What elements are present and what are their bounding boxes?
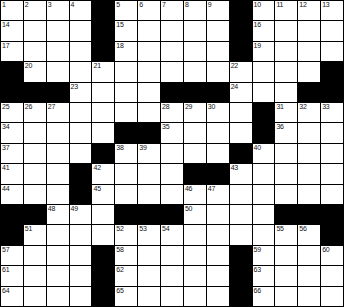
cell-r1c9[interactable]: 8: [184, 1, 206, 20]
clue-number-56: 56: [299, 225, 306, 233]
cell-r3c14[interactable]: [298, 42, 320, 61]
cell-r4c14[interactable]: [298, 62, 320, 81]
cell-r14c13[interactable]: [275, 266, 297, 285]
black-cell-r6c12: [253, 103, 275, 122]
cell-r8c14[interactable]: [298, 144, 320, 163]
clue-number-48: 48: [48, 205, 55, 213]
clue-number-27: 27: [48, 103, 55, 111]
cell-r1c8[interactable]: 7: [161, 1, 183, 20]
cell-r11c9[interactable]: 50: [184, 205, 206, 224]
cell-r1c15[interactable]: 13: [321, 1, 343, 20]
cell-r2c1[interactable]: 14: [1, 21, 23, 40]
cell-r15c4[interactable]: [70, 287, 92, 306]
clue-number-30: 30: [208, 103, 215, 111]
clue-number-46: 46: [185, 185, 192, 193]
cell-r10c8[interactable]: [161, 185, 183, 204]
cell-r14c9[interactable]: [184, 266, 206, 285]
black-cell-r9c4: [70, 164, 92, 183]
cell-r14c15[interactable]: [321, 266, 343, 285]
cell-r9c8[interactable]: [161, 164, 183, 183]
cell-r7c1[interactable]: 34: [1, 123, 23, 142]
cell-r12c5[interactable]: [92, 225, 114, 244]
cell-r12c13[interactable]: 55: [275, 225, 297, 244]
cell-r4c13[interactable]: [275, 62, 297, 81]
cell-r8c6[interactable]: 38: [115, 144, 137, 163]
clue-number-42: 42: [93, 164, 100, 172]
clue-number-23: 23: [71, 83, 78, 91]
cell-r6c9[interactable]: 29: [184, 103, 206, 122]
cell-r15c3[interactable]: [47, 287, 69, 306]
black-cell-r8c11: [230, 144, 252, 163]
crossword-puzzle: 1234567891011121314151617181920212223242…: [0, 0, 344, 307]
clue-number-10: 10: [254, 1, 261, 9]
cell-r9c5[interactable]: 42: [92, 164, 114, 183]
cell-r13c8[interactable]: [161, 246, 183, 265]
cell-r14c2[interactable]: [24, 266, 46, 285]
cell-r7c2[interactable]: [24, 123, 46, 142]
cell-r4c7[interactable]: [138, 62, 160, 81]
black-cell-r15c5: [92, 287, 114, 306]
cell-r6c8[interactable]: 28: [161, 103, 183, 122]
cell-r2c6[interactable]: 15: [115, 21, 137, 40]
clue-number-51: 51: [25, 225, 32, 233]
cell-r15c2[interactable]: [24, 287, 46, 306]
cell-r10c12[interactable]: [253, 185, 275, 204]
black-cell-r12c1: [1, 225, 23, 244]
cell-r11c5[interactable]: [92, 205, 114, 224]
cell-r8c8[interactable]: [161, 144, 183, 163]
black-cell-r9c9: [184, 164, 206, 183]
cell-r7c9[interactable]: [184, 123, 206, 142]
black-cell-r13c11: [230, 246, 252, 265]
cell-r1c1[interactable]: 1: [1, 1, 23, 20]
clue-number-43: 43: [231, 164, 238, 172]
cell-r10c5[interactable]: 45: [92, 185, 114, 204]
clue-number-38: 38: [116, 144, 123, 152]
clue-number-8: 8: [185, 1, 189, 9]
cell-r12c12[interactable]: [253, 225, 275, 244]
clue-number-63: 63: [254, 266, 261, 274]
black-cell-r11c1: [1, 205, 23, 224]
clue-number-18: 18: [116, 42, 123, 50]
cell-r13c13[interactable]: [275, 246, 297, 265]
black-cell-r7c6: [115, 123, 137, 142]
clue-number-32: 32: [299, 103, 306, 111]
cell-r4c6[interactable]: [115, 62, 137, 81]
cell-r2c4[interactable]: [70, 21, 92, 40]
clue-number-52: 52: [116, 225, 123, 233]
cell-r2c7[interactable]: [138, 21, 160, 40]
cell-r14c8[interactable]: [161, 266, 183, 285]
clue-number-12: 12: [299, 1, 306, 9]
cell-r6c14[interactable]: 32: [298, 103, 320, 122]
cell-r10c2[interactable]: [24, 185, 46, 204]
cell-r6c2[interactable]: 26: [24, 103, 46, 122]
clue-number-59: 59: [254, 246, 261, 254]
black-cell-r2c5: [92, 21, 114, 40]
cell-r5c4[interactable]: 23: [70, 83, 92, 102]
cell-r1c2[interactable]: 2: [24, 1, 46, 20]
cell-r8c7[interactable]: 39: [138, 144, 160, 163]
black-cell-r2c11: [230, 21, 252, 40]
clue-number-19: 19: [254, 42, 261, 50]
cell-r15c12[interactable]: 66: [253, 287, 275, 306]
clue-number-57: 57: [2, 246, 9, 254]
cell-r5c7[interactable]: [138, 83, 160, 102]
cell-r9c11[interactable]: 43: [230, 164, 252, 183]
cell-r14c10[interactable]: [207, 266, 229, 285]
cell-r15c15[interactable]: [321, 287, 343, 306]
cell-r12c6[interactable]: 52: [115, 225, 137, 244]
cell-r1c3[interactable]: 3: [47, 1, 69, 20]
clue-number-62: 62: [116, 266, 123, 274]
cell-r9c13[interactable]: [275, 164, 297, 183]
cell-r10c9[interactable]: 46: [184, 185, 206, 204]
cell-r8c13[interactable]: [275, 144, 297, 163]
cell-r7c13[interactable]: 36: [275, 123, 297, 142]
cell-r8c15[interactable]: [321, 144, 343, 163]
clue-number-26: 26: [25, 103, 32, 111]
cell-r15c9[interactable]: [184, 287, 206, 306]
cell-r13c10[interactable]: [207, 246, 229, 265]
black-cell-r5c10: [207, 83, 229, 102]
clue-number-20: 20: [25, 62, 32, 70]
clue-number-1: 1: [2, 1, 6, 9]
black-cell-r4c15: [321, 62, 343, 81]
cell-r9c15[interactable]: [321, 164, 343, 183]
clue-number-61: 61: [2, 266, 9, 274]
cell-r3c6[interactable]: 18: [115, 42, 137, 61]
black-cell-r7c12: [253, 123, 275, 142]
cell-r8c2[interactable]: [24, 144, 46, 163]
cell-r3c4[interactable]: [70, 42, 92, 61]
cell-r4c3[interactable]: [47, 62, 69, 81]
cell-r6c11[interactable]: [230, 103, 252, 122]
black-cell-r15c11: [230, 287, 252, 306]
black-cell-r11c14: [298, 205, 320, 224]
cell-r14c6[interactable]: 62: [115, 266, 137, 285]
black-cell-r5c8: [161, 83, 183, 102]
cell-r15c6[interactable]: 65: [115, 287, 137, 306]
clue-number-37: 37: [2, 144, 9, 152]
cell-r4c11[interactable]: 22: [230, 62, 252, 81]
cell-r12c2[interactable]: 51: [24, 225, 46, 244]
cell-r7c15[interactable]: [321, 123, 343, 142]
cell-r3c13[interactable]: [275, 42, 297, 61]
cell-r3c8[interactable]: [161, 42, 183, 61]
cell-r14c12[interactable]: 63: [253, 266, 275, 285]
clue-number-60: 60: [322, 246, 329, 254]
cell-r12c14[interactable]: 56: [298, 225, 320, 244]
cell-r8c4[interactable]: [70, 144, 92, 163]
cell-r12c3[interactable]: [47, 225, 69, 244]
black-cell-r14c5: [92, 266, 114, 285]
clue-number-11: 11: [276, 1, 283, 9]
cell-r2c8[interactable]: [161, 21, 183, 40]
black-cell-r1c5: [92, 1, 114, 20]
cell-r15c1[interactable]: 64: [1, 287, 23, 306]
cell-r1c14[interactable]: 12: [298, 1, 320, 20]
cell-r5c5[interactable]: [92, 83, 114, 102]
clue-number-24: 24: [231, 83, 238, 91]
black-cell-r11c6: [115, 205, 137, 224]
black-cell-r5c3: [47, 83, 69, 102]
black-cell-r3c11: [230, 42, 252, 61]
cell-r11c11[interactable]: [230, 205, 252, 224]
cell-r4c2[interactable]: 20: [24, 62, 46, 81]
cell-r7c14[interactable]: [298, 123, 320, 142]
cell-r10c11[interactable]: [230, 185, 252, 204]
cell-r3c3[interactable]: [47, 42, 69, 61]
clue-number-47: 47: [208, 185, 215, 193]
cell-r12c11[interactable]: [230, 225, 252, 244]
cell-r10c6[interactable]: [115, 185, 137, 204]
cell-r11c12[interactable]: [253, 205, 275, 224]
cell-r15c10[interactable]: [207, 287, 229, 306]
black-cell-r5c1: [1, 83, 23, 102]
cell-r15c7[interactable]: [138, 287, 160, 306]
cell-r2c14[interactable]: [298, 21, 320, 40]
cell-r13c4[interactable]: [70, 246, 92, 265]
cell-r13c7[interactable]: [138, 246, 160, 265]
cell-r9c14[interactable]: [298, 164, 320, 183]
cell-r4c9[interactable]: [184, 62, 206, 81]
cell-r3c1[interactable]: 17: [1, 42, 23, 61]
clue-number-14: 14: [2, 21, 9, 29]
clue-number-45: 45: [93, 185, 100, 193]
black-cell-r11c2: [24, 205, 46, 224]
clue-number-7: 7: [162, 1, 166, 9]
cell-r14c3[interactable]: [47, 266, 69, 285]
cell-r1c4[interactable]: 4: [70, 1, 92, 20]
cell-r12c8[interactable]: 54: [161, 225, 183, 244]
clue-number-5: 5: [116, 1, 120, 9]
cell-r1c7[interactable]: 6: [138, 1, 160, 20]
cell-r7c8[interactable]: 35: [161, 123, 183, 142]
cell-r2c13[interactable]: [275, 21, 297, 40]
cell-r6c1[interactable]: 25: [1, 103, 23, 122]
cell-r4c12[interactable]: [253, 62, 275, 81]
cell-r14c7[interactable]: [138, 266, 160, 285]
cell-r4c5[interactable]: 21: [92, 62, 114, 81]
cell-r7c3[interactable]: [47, 123, 69, 142]
clue-number-41: 41: [2, 164, 9, 172]
clue-number-15: 15: [116, 21, 123, 29]
cell-r3c9[interactable]: [184, 42, 206, 61]
cell-r13c9[interactable]: [184, 246, 206, 265]
cell-r2c3[interactable]: [47, 21, 69, 40]
cell-r6c7[interactable]: [138, 103, 160, 122]
cell-r13c14[interactable]: [298, 246, 320, 265]
black-cell-r1c11: [230, 1, 252, 20]
clue-number-3: 3: [48, 1, 52, 9]
clue-number-55: 55: [276, 225, 283, 233]
cell-r6c15[interactable]: 33: [321, 103, 343, 122]
cell-r11c4[interactable]: 49: [70, 205, 92, 224]
clue-number-58: 58: [116, 246, 123, 254]
clue-number-39: 39: [139, 144, 146, 152]
cell-r10c3[interactable]: [47, 185, 69, 204]
clue-number-22: 22: [231, 62, 238, 70]
clue-number-13: 13: [322, 1, 329, 9]
clue-number-65: 65: [116, 287, 123, 295]
cell-r1c12[interactable]: 10: [253, 1, 275, 20]
black-cell-r7c7: [138, 123, 160, 142]
cell-r6c13[interactable]: 31: [275, 103, 297, 122]
cell-r6c10[interactable]: 30: [207, 103, 229, 122]
clue-number-64: 64: [2, 287, 9, 295]
cell-r1c13[interactable]: 11: [275, 1, 297, 20]
cell-r14c4[interactable]: [70, 266, 92, 285]
cell-r6c4[interactable]: [70, 103, 92, 122]
cell-r15c13[interactable]: [275, 287, 297, 306]
clue-number-33: 33: [322, 103, 329, 111]
black-cell-r3c5: [92, 42, 114, 61]
cell-r12c9[interactable]: [184, 225, 206, 244]
clue-number-29: 29: [185, 103, 192, 111]
cell-r9c12[interactable]: [253, 164, 275, 183]
cell-r14c14[interactable]: [298, 266, 320, 285]
cell-r10c10[interactable]: 47: [207, 185, 229, 204]
clue-number-25: 25: [2, 103, 9, 111]
clue-number-66: 66: [254, 287, 261, 295]
cell-r2c15[interactable]: [321, 21, 343, 40]
cell-r8c12[interactable]: 40: [253, 144, 275, 163]
black-cell-r5c14: [298, 83, 320, 102]
cell-r9c1[interactable]: 41: [1, 164, 23, 183]
cell-r11c10[interactable]: [207, 205, 229, 224]
clue-number-16: 16: [254, 21, 261, 29]
cell-r9c2[interactable]: [24, 164, 46, 183]
cell-r13c2[interactable]: [24, 246, 46, 265]
black-cell-r13c5: [92, 246, 114, 265]
cell-r3c12[interactable]: 19: [253, 42, 275, 61]
cell-r12c7[interactable]: 53: [138, 225, 160, 244]
cell-r7c5[interactable]: [92, 123, 114, 142]
cell-r6c3[interactable]: 27: [47, 103, 69, 122]
cell-r9c3[interactable]: [47, 164, 69, 183]
cell-r14c1[interactable]: 61: [1, 266, 23, 285]
cell-r12c10[interactable]: [207, 225, 229, 244]
cell-r4c4[interactable]: [70, 62, 92, 81]
cell-r15c14[interactable]: [298, 287, 320, 306]
clue-number-40: 40: [254, 144, 261, 152]
clue-number-34: 34: [2, 123, 9, 131]
clue-number-50: 50: [185, 205, 192, 213]
cell-r13c3[interactable]: [47, 246, 69, 265]
cell-r15c8[interactable]: [161, 287, 183, 306]
black-cell-r14c11: [230, 266, 252, 285]
cell-r5c11[interactable]: 24: [230, 83, 252, 102]
cell-r13c6[interactable]: 58: [115, 246, 137, 265]
clue-number-36: 36: [276, 123, 283, 131]
clue-number-6: 6: [139, 1, 143, 9]
crossword-board: 1234567891011121314151617181920212223242…: [0, 0, 344, 307]
clue-number-2: 2: [25, 1, 29, 9]
black-cell-r11c13: [275, 205, 297, 224]
black-cell-r5c2: [24, 83, 46, 102]
cell-r3c7[interactable]: [138, 42, 160, 61]
cell-r13c12[interactable]: 59: [253, 246, 275, 265]
clue-number-28: 28: [162, 103, 169, 111]
cell-r8c1[interactable]: 37: [1, 144, 23, 163]
clue-number-44: 44: [2, 185, 9, 193]
black-cell-r11c7: [138, 205, 160, 224]
cell-r7c10[interactable]: [207, 123, 229, 142]
cell-r4c10[interactable]: [207, 62, 229, 81]
cell-r9c6[interactable]: [115, 164, 137, 183]
cell-r12c4[interactable]: [70, 225, 92, 244]
cell-r10c15[interactable]: [321, 185, 343, 204]
clue-number-35: 35: [162, 123, 169, 131]
cell-r6c5[interactable]: [92, 103, 114, 122]
cell-r1c6[interactable]: 5: [115, 1, 137, 20]
cell-r13c15[interactable]: 60: [321, 246, 343, 265]
cell-r2c10[interactable]: [207, 21, 229, 40]
cell-r9c7[interactable]: [138, 164, 160, 183]
cell-r8c9[interactable]: [184, 144, 206, 163]
clue-number-9: 9: [208, 1, 212, 9]
cell-r13c1[interactable]: 57: [1, 246, 23, 265]
cell-r10c1[interactable]: 44: [1, 185, 23, 204]
clue-number-21: 21: [93, 62, 100, 70]
cell-r5c13[interactable]: [275, 83, 297, 102]
cell-r3c10[interactable]: [207, 42, 229, 61]
clue-number-54: 54: [162, 225, 169, 233]
black-cell-r5c9: [184, 83, 206, 102]
black-cell-r11c15: [321, 205, 343, 224]
cell-r4c8[interactable]: [161, 62, 183, 81]
cell-r3c15[interactable]: [321, 42, 343, 61]
cell-r11c3[interactable]: 48: [47, 205, 69, 224]
cell-r1c10[interactable]: 9: [207, 1, 229, 20]
clue-number-4: 4: [71, 1, 75, 9]
black-cell-r12c15: [321, 225, 343, 244]
cell-r7c11[interactable]: [230, 123, 252, 142]
clue-number-53: 53: [139, 225, 146, 233]
cell-r5c12[interactable]: [253, 83, 275, 102]
black-cell-r8c5: [92, 144, 114, 163]
cell-r3c2[interactable]: [24, 42, 46, 61]
cell-r2c12[interactable]: 16: [253, 21, 275, 40]
black-cell-r5c15: [321, 83, 343, 102]
black-cell-r9c10: [207, 164, 229, 183]
cell-r2c9[interactable]: [184, 21, 206, 40]
black-cell-r4c1: [1, 62, 23, 81]
clue-number-49: 49: [71, 205, 78, 213]
black-cell-r11c8: [161, 205, 183, 224]
cell-r10c7[interactable]: [138, 185, 160, 204]
cell-r6c6[interactable]: [115, 103, 137, 122]
cell-r8c3[interactable]: [47, 144, 69, 163]
black-cell-r10c4: [70, 185, 92, 204]
cell-r8c10[interactable]: [207, 144, 229, 163]
clue-number-31: 31: [276, 103, 283, 111]
cell-r10c13[interactable]: [275, 185, 297, 204]
cell-r10c14[interactable]: [298, 185, 320, 204]
clue-number-17: 17: [2, 42, 9, 50]
cell-r7c4[interactable]: [70, 123, 92, 142]
cell-r2c2[interactable]: [24, 21, 46, 40]
cell-r5c6[interactable]: [115, 83, 137, 102]
